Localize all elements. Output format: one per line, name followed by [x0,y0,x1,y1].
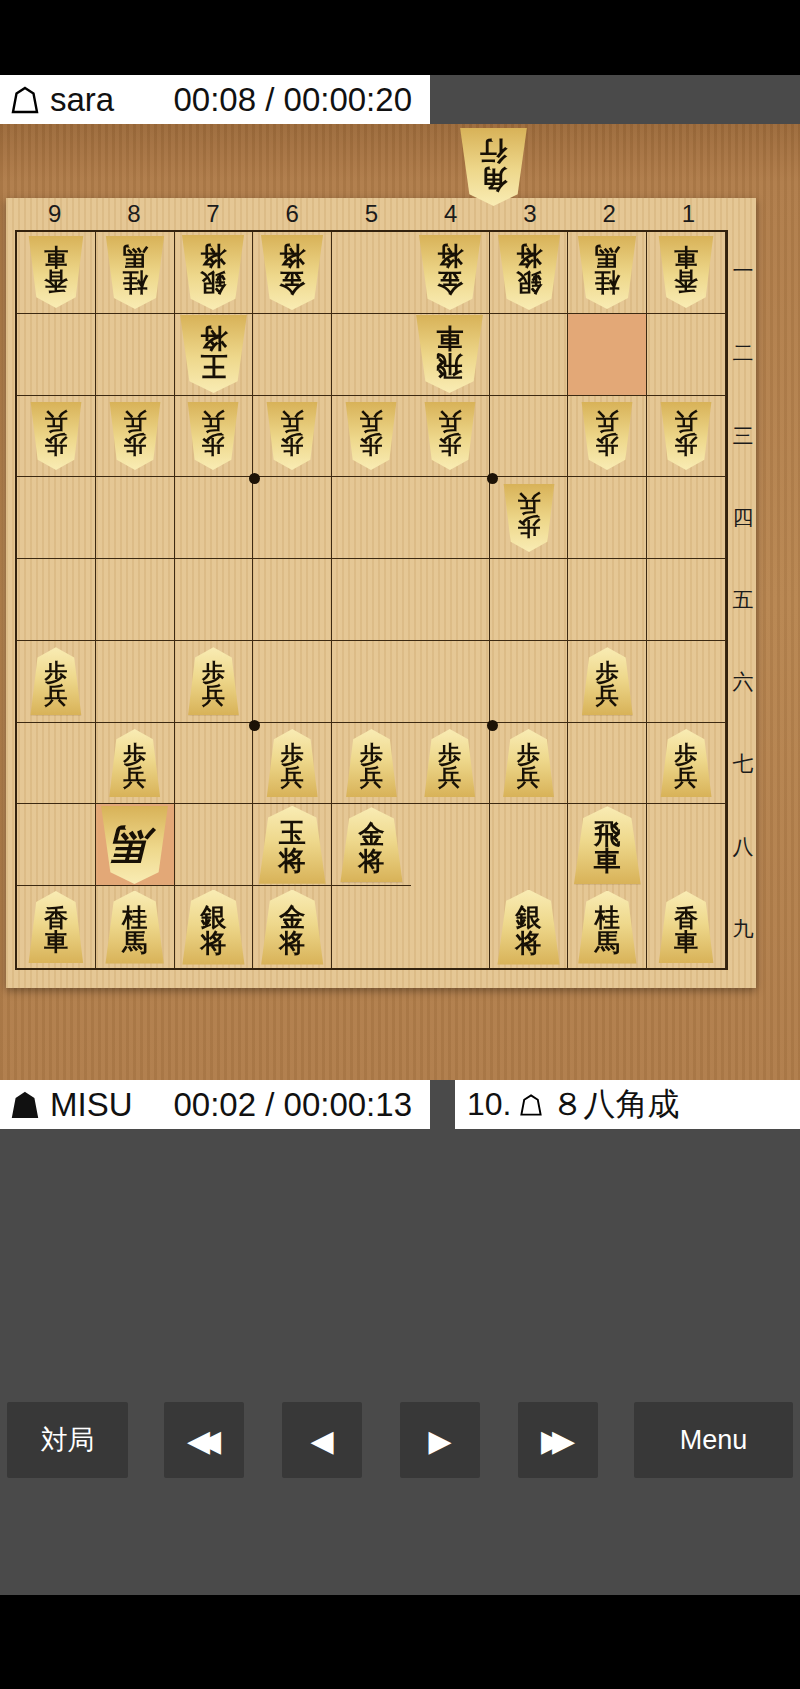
square-1-7[interactable]: 歩兵 [647,723,726,805]
square-8-4[interactable] [96,477,175,559]
gote-silver-piece[interactable]: 銀将 [496,235,562,310]
file-label-8: 8 [94,200,173,228]
square-6-1[interactable]: 金将 [253,232,332,314]
square-1-2[interactable] [647,314,726,396]
piece-kanji: 歩兵 [596,661,619,708]
fast-rewind-button[interactable]: ◀◀ [164,1402,244,1478]
piece-kanji: 歩兵 [675,409,698,456]
gote-piece-outline-icon [10,85,40,115]
gote-pawn-piece[interactable]: 歩兵 [29,402,83,470]
file-label-3: 3 [490,200,569,228]
sente-rook-piece[interactable]: 飛車 [572,806,643,884]
gote-pawn-piece[interactable]: 歩兵 [108,402,162,470]
gote-lance-piece[interactable]: 香車 [27,236,85,308]
square-7-2[interactable]: 王将 [175,314,254,396]
square-9-6[interactable]: 歩兵 [17,641,96,723]
piece-kanji: 飛車 [436,324,463,379]
sente-silver-piece[interactable]: 銀将 [496,890,562,965]
rank-label-4: 四 [730,477,756,559]
square-2-6[interactable]: 歩兵 [568,641,647,723]
piece-kanji: 金将 [437,243,463,296]
square-6-5[interactable] [253,559,332,641]
square-9-3[interactable]: 歩兵 [17,396,96,478]
sente-pawn-piece[interactable]: 歩兵 [29,647,83,715]
shogi-board: 香車桂馬銀将金将金将銀将桂馬香車王将飛車歩兵歩兵歩兵歩兵歩兵歩兵歩兵歩兵歩兵歩兵… [15,230,728,970]
step-forward-icon: ▶ [428,1423,451,1458]
top-player-name: sara [50,81,114,119]
square-1-5[interactable] [647,559,726,641]
piece-kanji: 桂馬 [595,905,620,956]
top-player-clock: 00:08 / 00:00:20 [173,81,420,119]
piece-kanji: 歩兵 [44,409,67,456]
square-8-2[interactable] [96,314,175,396]
square-2-4[interactable] [568,477,647,559]
piece-kanji: 桂馬 [595,244,620,295]
square-5-3[interactable]: 歩兵 [332,396,411,478]
piece-kanji: 銀将 [200,904,226,957]
square-2-5[interactable] [568,559,647,641]
gote-pawn-piece[interactable]: 歩兵 [659,402,713,470]
square-2-8[interactable]: 飛車 [568,804,647,886]
square-8-7[interactable]: 歩兵 [96,723,175,805]
square-3-5[interactable] [490,559,569,641]
square-8-1[interactable]: 桂馬 [96,232,175,314]
playback-controls: 対局 ◀◀ ◀ ▶ ▶▶ Menu [0,1402,800,1478]
square-7-7[interactable] [175,723,254,805]
square-6-8[interactable]: 玉将 [253,804,332,886]
square-4-6[interactable] [411,641,490,723]
square-1-6[interactable] [647,641,726,723]
gote-pawn-piece[interactable]: 歩兵 [423,402,477,470]
piece-kanji: 歩兵 [281,743,304,790]
square-1-1[interactable]: 香車 [647,232,726,314]
piece-kanji: 歩兵 [675,743,698,790]
square-6-4[interactable] [253,477,332,559]
sente-pawn-piece[interactable]: 歩兵 [108,729,162,797]
piece-kanji: 歩兵 [517,743,540,790]
square-8-9[interactable]: 桂馬 [96,886,175,968]
step-back-button[interactable]: ◀ [282,1402,362,1478]
star-point [487,720,498,731]
gote-pawn-piece[interactable]: 歩兵 [344,402,398,470]
square-5-4[interactable] [332,477,411,559]
piece-kanji: 玉将 [279,820,306,875]
square-5-7[interactable]: 歩兵 [332,723,411,805]
square-5-1[interactable] [332,232,411,314]
square-9-9[interactable]: 香車 [17,886,96,968]
table-wood: 角行 987654321 一二三四五六七八九 香車桂馬銀将金将金将銀将桂馬香車王… [0,124,800,1080]
square-8-6[interactable] [96,641,175,723]
square-9-2[interactable] [17,314,96,396]
square-7-6[interactable]: 歩兵 [175,641,254,723]
gote-king-piece[interactable]: 王将 [178,315,249,393]
square-3-1[interactable]: 銀将 [490,232,569,314]
gote-captured-pieces-tray[interactable]: 角行 [458,128,529,206]
square-4-5[interactable] [411,559,490,641]
sente-gold-piece[interactable]: 金将 [259,890,325,965]
square-8-3[interactable]: 歩兵 [96,396,175,478]
gote-gold-piece[interactable]: 金将 [417,235,483,310]
rank-label-1: 一 [730,230,756,312]
square-4-4[interactable] [411,477,490,559]
square-3-6[interactable] [490,641,569,723]
square-6-7[interactable]: 歩兵 [253,723,332,805]
sente-piece-filled-icon [10,1090,40,1120]
piece-kanji: 香車 [44,906,68,955]
square-2-2[interactable] [568,314,647,396]
square-3-4[interactable]: 歩兵 [490,477,569,559]
sente-knight-piece[interactable]: 桂馬 [104,891,166,964]
top-player-panel: sara 00:08 / 00:00:20 [0,75,430,124]
piece-kanji: 香車 [44,245,68,294]
square-4-3[interactable]: 歩兵 [411,396,490,478]
piece-kanji: 桂馬 [122,244,147,295]
piece-kanji: 角行 [480,136,507,191]
square-4-1[interactable]: 金将 [411,232,490,314]
square-9-8[interactable] [17,804,96,886]
square-6-9[interactable]: 金将 [253,886,332,968]
sente-lance-piece[interactable]: 香車 [27,891,85,963]
square-5-8[interactable]: 金将 [332,804,411,886]
square-4-9[interactable] [411,886,490,968]
gote-silver-piece[interactable]: 銀将 [180,235,246,310]
square-6-2[interactable] [253,314,332,396]
file-label-7: 7 [173,200,252,228]
rank-label-9: 九 [730,888,756,970]
square-7-8[interactable] [175,804,254,886]
square-7-1[interactable]: 銀将 [175,232,254,314]
piece-kanji: 歩兵 [44,661,67,708]
bottom-player-panel: MISU 00:02 / 00:00:13 [0,1080,430,1129]
square-3-2[interactable] [490,314,569,396]
sente-silver-piece[interactable]: 銀将 [180,890,246,965]
square-8-5[interactable] [96,559,175,641]
file-label-4: 4 [411,200,490,228]
bottom-player-bar: MISU 00:02 / 00:00:13 10. ８八角成 [0,1080,800,1129]
rank-label-8: 八 [730,806,756,888]
sente-gold-piece[interactable]: 金将 [338,807,404,882]
piece-kanji: 銀将 [200,243,226,296]
sente-knight-piece[interactable]: 桂馬 [576,891,638,964]
gote-pawn-piece[interactable]: 歩兵 [502,484,556,552]
shogi-app-screen: sara 00:08 / 00:00:20 角行 987654321 一二三四五… [0,0,800,1689]
piece-kanji: 飛車 [594,821,621,876]
rank-label-7: 七 [730,723,756,805]
sente-pawn-piece[interactable]: 歩兵 [659,729,713,797]
square-6-3[interactable]: 歩兵 [253,396,332,478]
square-8-8[interactable]: 馬 [96,804,175,886]
piece-kanji: 金将 [279,243,305,296]
piece-kanji: 銀将 [516,904,542,957]
piece-kanji: 香車 [674,906,698,955]
piece-kanji: 馬 [115,824,155,865]
sente-pawn-piece[interactable]: 歩兵 [265,729,319,797]
piece-kanji: 歩兵 [123,409,146,456]
gote-promoted-bishop-horse-piece[interactable]: 馬 [99,806,170,884]
menu-button[interactable]: Menu [634,1402,793,1478]
square-9-5[interactable] [17,559,96,641]
gote-pawn-piece[interactable]: 歩兵 [580,402,634,470]
square-3-8[interactable] [490,804,569,886]
move-number: 10. [467,1086,511,1123]
square-3-3[interactable] [490,396,569,478]
piece-kanji: 金将 [279,904,305,957]
piece-kanji: 歩兵 [517,491,540,538]
bottom-player-name: MISU [50,1086,133,1124]
rank-label-2: 二 [730,312,756,394]
piece-kanji: 歩兵 [202,409,225,456]
piece-kanji: 歩兵 [360,409,383,456]
square-1-3[interactable]: 歩兵 [647,396,726,478]
piece-kanji: 歩兵 [438,743,461,790]
sente-pawn-piece[interactable]: 歩兵 [502,729,556,797]
sente-pawn-piece[interactable]: 歩兵 [580,647,634,715]
square-7-4[interactable] [175,477,254,559]
rank-coordinate-labels: 一二三四五六七八九 [730,230,756,970]
square-4-8[interactable] [411,804,490,886]
gote-rook-piece[interactable]: 飛車 [414,315,485,393]
move-notation: ８八角成 [551,1083,679,1127]
piece-kanji: 王将 [200,324,227,379]
file-label-2: 2 [570,200,649,228]
gote-bishop-piece[interactable]: 角行 [458,128,529,206]
square-6-6[interactable] [253,641,332,723]
bottom-player-clock: 00:02 / 00:00:13 [173,1086,420,1124]
fast-forward-button[interactable]: ▶▶ [518,1402,598,1478]
top-player-bar: sara 00:08 / 00:00:20 [0,75,800,124]
piece-kanji: 歩兵 [123,743,146,790]
square-2-7[interactable] [568,723,647,805]
file-label-9: 9 [15,200,94,228]
status-bar-black [0,0,800,75]
piece-kanji: 歩兵 [202,661,225,708]
square-4-2[interactable]: 飛車 [411,314,490,396]
gote-lance-piece[interactable]: 香車 [657,236,715,308]
square-4-7[interactable]: 歩兵 [411,723,490,805]
square-5-9[interactable] [332,886,411,968]
square-2-9[interactable]: 桂馬 [568,886,647,968]
square-1-9[interactable]: 香車 [647,886,726,968]
square-7-3[interactable]: 歩兵 [175,396,254,478]
navigation-bar-black [0,1595,800,1689]
square-5-6[interactable] [332,641,411,723]
taikyoku-button[interactable]: 対局 [7,1402,128,1478]
sente-pawn-piece[interactable]: 歩兵 [344,729,398,797]
fast-rewind-icon: ◀◀ [187,1423,221,1458]
square-1-8[interactable] [647,804,726,886]
gote-gold-piece[interactable]: 金将 [259,235,325,310]
gote-pawn-piece[interactable]: 歩兵 [265,402,319,470]
square-9-7[interactable] [17,723,96,805]
square-7-9[interactable]: 銀将 [175,886,254,968]
square-2-3[interactable]: 歩兵 [568,396,647,478]
square-3-9[interactable]: 銀将 [490,886,569,968]
square-9-1[interactable]: 香車 [17,232,96,314]
last-move-display[interactable]: 10. ８八角成 [455,1080,800,1129]
square-5-5[interactable] [332,559,411,641]
file-label-6: 6 [253,200,332,228]
sente-pawn-piece[interactable]: 歩兵 [423,729,477,797]
rank-label-6: 六 [730,641,756,723]
piece-kanji: 香車 [674,245,698,294]
step-forward-button[interactable]: ▶ [400,1402,480,1478]
rank-label-3: 三 [730,394,756,476]
sente-king-piece[interactable]: 玉将 [257,806,328,884]
file-label-1: 1 [649,200,728,228]
sente-pawn-piece[interactable]: 歩兵 [186,647,240,715]
square-9-4[interactable] [17,477,96,559]
step-back-icon: ◀ [310,1423,333,1458]
fast-forward-icon: ▶▶ [541,1423,575,1458]
gote-pawn-piece[interactable]: 歩兵 [186,402,240,470]
piece-kanji: 桂馬 [122,905,147,956]
file-label-5: 5 [332,200,411,228]
star-point [487,473,498,484]
square-1-4[interactable] [647,477,726,559]
board-panel: 987654321 一二三四五六七八九 香車桂馬銀将金将金将銀将桂馬香車王将飛車… [6,198,756,988]
gote-knight-piece[interactable]: 桂馬 [104,236,166,309]
piece-kanji: 歩兵 [438,409,461,456]
piece-kanji: 歩兵 [360,743,383,790]
square-7-5[interactable] [175,559,254,641]
sente-lance-piece[interactable]: 香車 [657,891,715,963]
file-coordinate-labels: 987654321 [15,200,728,228]
gote-move-indicator-icon [519,1093,543,1117]
star-point [249,720,260,731]
square-2-1[interactable]: 桂馬 [568,232,647,314]
piece-kanji: 銀将 [516,243,542,296]
square-3-7[interactable]: 歩兵 [490,723,569,805]
rank-label-5: 五 [730,559,756,641]
piece-kanji: 歩兵 [596,409,619,456]
square-5-2[interactable] [332,314,411,396]
gote-knight-piece[interactable]: 桂馬 [576,236,638,309]
piece-kanji: 金将 [358,821,384,874]
piece-kanji: 歩兵 [281,409,304,456]
